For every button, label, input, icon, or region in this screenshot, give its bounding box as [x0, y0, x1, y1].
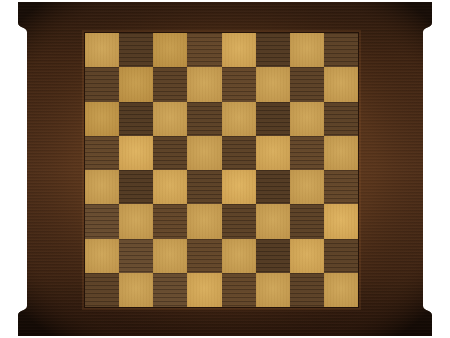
square-b5[interactable]	[119, 136, 153, 170]
square-d6[interactable]	[187, 102, 221, 136]
square-h5[interactable]	[324, 136, 358, 170]
square-b3[interactable]	[119, 204, 153, 238]
square-e8[interactable]	[222, 33, 256, 67]
square-f8[interactable]	[256, 33, 290, 67]
square-b6[interactable]	[119, 102, 153, 136]
square-e6[interactable]	[222, 102, 256, 136]
square-h6[interactable]	[324, 102, 358, 136]
square-a2[interactable]	[85, 239, 119, 273]
square-b8[interactable]	[119, 33, 153, 67]
square-h8[interactable]	[324, 33, 358, 67]
square-d3[interactable]	[187, 204, 221, 238]
square-g2[interactable]	[290, 239, 324, 273]
square-e3[interactable]	[222, 204, 256, 238]
square-h2[interactable]	[324, 239, 358, 273]
square-d2[interactable]	[187, 239, 221, 273]
chessboard-photo	[0, 0, 450, 338]
square-f5[interactable]	[256, 136, 290, 170]
square-f6[interactable]	[256, 102, 290, 136]
square-b4[interactable]	[119, 170, 153, 204]
square-e1[interactable]	[222, 273, 256, 307]
square-h7[interactable]	[324, 67, 358, 101]
square-a6[interactable]	[85, 102, 119, 136]
square-a8[interactable]	[85, 33, 119, 67]
square-f7[interactable]	[256, 67, 290, 101]
square-b7[interactable]	[119, 67, 153, 101]
square-a1[interactable]	[85, 273, 119, 307]
square-d1[interactable]	[187, 273, 221, 307]
square-f2[interactable]	[256, 239, 290, 273]
square-h4[interactable]	[324, 170, 358, 204]
square-c7[interactable]	[153, 67, 187, 101]
square-g5[interactable]	[290, 136, 324, 170]
square-e7[interactable]	[222, 67, 256, 101]
square-c4[interactable]	[153, 170, 187, 204]
square-g8[interactable]	[290, 33, 324, 67]
square-g7[interactable]	[290, 67, 324, 101]
square-a3[interactable]	[85, 204, 119, 238]
square-c1[interactable]	[153, 273, 187, 307]
chess-board	[85, 33, 358, 307]
square-g1[interactable]	[290, 273, 324, 307]
square-f1[interactable]	[256, 273, 290, 307]
square-g4[interactable]	[290, 170, 324, 204]
square-f4[interactable]	[256, 170, 290, 204]
square-e5[interactable]	[222, 136, 256, 170]
square-b2[interactable]	[119, 239, 153, 273]
square-g3[interactable]	[290, 204, 324, 238]
square-c6[interactable]	[153, 102, 187, 136]
square-a4[interactable]	[85, 170, 119, 204]
square-f3[interactable]	[256, 204, 290, 238]
square-c2[interactable]	[153, 239, 187, 273]
square-a5[interactable]	[85, 136, 119, 170]
square-d8[interactable]	[187, 33, 221, 67]
square-g6[interactable]	[290, 102, 324, 136]
square-h1[interactable]	[324, 273, 358, 307]
square-h3[interactable]	[324, 204, 358, 238]
square-e2[interactable]	[222, 239, 256, 273]
square-d7[interactable]	[187, 67, 221, 101]
square-e4[interactable]	[222, 170, 256, 204]
square-d4[interactable]	[187, 170, 221, 204]
square-a7[interactable]	[85, 67, 119, 101]
square-c5[interactable]	[153, 136, 187, 170]
square-b1[interactable]	[119, 273, 153, 307]
square-c8[interactable]	[153, 33, 187, 67]
square-d5[interactable]	[187, 136, 221, 170]
square-c3[interactable]	[153, 204, 187, 238]
